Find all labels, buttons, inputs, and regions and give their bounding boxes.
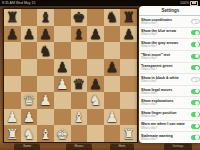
square-f2[interactable] xyxy=(87,109,104,126)
square-g1[interactable] xyxy=(104,125,121,142)
toggle-show-the-blue-arrow[interactable] xyxy=(191,30,200,35)
setting-text: Transparent greenWhat is this? xyxy=(141,64,172,71)
square-c6[interactable]: ♞ xyxy=(37,42,54,59)
square-h3[interactable] xyxy=(120,92,137,109)
white-pawn-piece[interactable]: ♟ xyxy=(37,92,54,109)
square-a7[interactable]: ♟ xyxy=(4,26,21,43)
square-e7[interactable]: ♝ xyxy=(71,26,88,43)
toggle-show-coordinates[interactable] xyxy=(191,19,200,24)
toggle-show-finger-position[interactable] xyxy=(191,112,200,117)
square-b7[interactable]: ♟ xyxy=(21,26,38,43)
setting-subtitle-link[interactable]: What is this? xyxy=(141,22,172,25)
setting-row-stalemate-warning: Stalemate warningWhat is this? xyxy=(139,132,200,143)
black-pawn-piece[interactable]: ♟ xyxy=(21,26,38,43)
square-g4[interactable] xyxy=(104,76,121,93)
toggle-next-move-text[interactable] xyxy=(191,54,200,59)
toggle-knob xyxy=(195,112,200,117)
square-g8[interactable]: ♞ xyxy=(104,9,121,26)
setting-text: Show in black & whiteWhat is this? xyxy=(141,76,179,83)
tab-hints[interactable]: Hints xyxy=(110,143,134,150)
square-h7[interactable]: ♟ xyxy=(120,26,137,43)
square-a4[interactable] xyxy=(4,76,21,93)
square-e3[interactable] xyxy=(71,92,88,109)
square-h4[interactable] xyxy=(120,76,137,93)
setting-text: Stalemate warningWhat is this? xyxy=(141,134,173,141)
setting-row-show-the-blue-arrow: Show the blue arrowWhat is this? xyxy=(139,28,200,40)
app-screen: 8:35 AM Wed May 15 100% ♜♝♚♞♜♟♟♟♝♟♟♞♟♟♟♛… xyxy=(0,0,200,150)
setting-text: Show explanationsWhat is this? xyxy=(141,99,174,106)
square-g5[interactable]: ♟ xyxy=(104,59,121,76)
black-pawn-piece[interactable]: ♟ xyxy=(120,26,137,43)
square-e2[interactable]: ♝ xyxy=(71,109,88,126)
square-f3[interactable]: ♞ xyxy=(87,92,104,109)
square-b8[interactable] xyxy=(21,9,38,26)
tab-settings[interactable]: Settings xyxy=(164,143,192,150)
black-pawn-piece[interactable]: ♟ xyxy=(4,26,21,43)
setting-row-show-coordinates: Show coordinatesWhat is this? xyxy=(139,16,200,28)
square-e6[interactable] xyxy=(71,42,88,59)
square-b1[interactable]: ♞ xyxy=(21,125,38,142)
square-f4[interactable]: ♟ xyxy=(87,76,104,93)
white-queen-piece[interactable]: ♛ xyxy=(21,92,38,109)
black-bishop-piece[interactable]: ♝ xyxy=(37,9,54,26)
toggle-knob xyxy=(192,78,197,83)
setting-subtitle-link[interactable]: What is this? xyxy=(141,68,172,71)
square-h6[interactable] xyxy=(120,42,137,59)
white-knight-piece[interactable]: ♞ xyxy=(21,125,38,142)
white-pawn-piece[interactable]: ♟ xyxy=(54,76,71,93)
square-c2[interactable] xyxy=(37,109,54,126)
square-d3[interactable] xyxy=(54,92,71,109)
settings-rows: Show coordinatesWhat is this?Show the bl… xyxy=(139,16,200,143)
setting-subtitle-link[interactable]: What is this? xyxy=(141,127,185,130)
square-a3[interactable] xyxy=(4,92,21,109)
square-f1[interactable] xyxy=(87,125,104,142)
square-g3[interactable] xyxy=(104,92,121,109)
square-b4[interactable] xyxy=(21,76,38,93)
setting-subtitle-link[interactable]: What is this? xyxy=(141,33,176,36)
square-a6[interactable] xyxy=(4,42,21,59)
square-d6[interactable] xyxy=(54,42,71,59)
toggle-knob xyxy=(195,101,200,106)
white-bishop-piece[interactable]: ♝ xyxy=(71,109,88,126)
black-pawn-piece[interactable]: ♟ xyxy=(104,59,121,76)
toggle-knob xyxy=(195,66,200,71)
setting-text: Warn me when I can mateWhat is this? xyxy=(141,122,185,129)
square-a5[interactable] xyxy=(4,59,21,76)
toggle-show-in-black-white[interactable] xyxy=(191,77,200,82)
toggle-knob xyxy=(195,42,200,47)
square-d8[interactable] xyxy=(54,9,71,26)
white-rook-piece[interactable]: ♜ xyxy=(120,125,137,142)
toggle-knob xyxy=(195,54,200,59)
setting-text: Show the blue arrowWhat is this? xyxy=(141,29,176,36)
square-h1[interactable]: ♜ xyxy=(120,125,137,142)
white-knight-piece[interactable]: ♞ xyxy=(87,92,104,109)
setting-subtitle-link[interactable]: What is this? xyxy=(141,80,179,83)
status-clock: 8:35 AM Wed May 15 xyxy=(2,0,35,6)
square-h2[interactable] xyxy=(120,109,137,126)
setting-row-show-explanations: Show explanationsWhat is this? xyxy=(139,97,200,109)
square-f8[interactable] xyxy=(87,9,104,26)
setting-subtitle-link[interactable]: What is this? xyxy=(141,103,174,106)
setting-subtitle-link[interactable]: What is this? xyxy=(141,115,177,118)
square-c3[interactable]: ♟ xyxy=(37,92,54,109)
square-g6[interactable] xyxy=(104,42,121,59)
tab-moves[interactable]: Moves xyxy=(66,143,92,150)
black-pawn-piece[interactable]: ♟ xyxy=(37,26,54,43)
status-bar: 8:35 AM Wed May 15 100% xyxy=(0,0,200,6)
toggle-show-the-gray-arrows[interactable] xyxy=(191,42,200,47)
square-d2[interactable] xyxy=(54,109,71,126)
setting-row-show-the-gray-arrows: Show the gray arrowsWhat is this? xyxy=(139,39,200,51)
toggle-knob xyxy=(192,20,197,25)
square-c7[interactable]: ♟ xyxy=(37,26,54,43)
toggle-knob xyxy=(195,89,200,94)
square-c4[interactable] xyxy=(37,76,54,93)
square-a1[interactable]: ♜ xyxy=(4,125,21,142)
black-queen-piece[interactable]: ♛ xyxy=(71,76,88,93)
black-rook-piece[interactable]: ♜ xyxy=(120,9,137,26)
toggle-transparent-green[interactable] xyxy=(191,65,200,70)
square-d5[interactable]: ♟ xyxy=(54,59,71,76)
tab-game[interactable]: Game xyxy=(14,143,40,150)
square-b6[interactable] xyxy=(21,42,38,59)
square-d1[interactable]: ♚ xyxy=(54,125,71,142)
battery-percent: 100% xyxy=(180,0,189,6)
setting-row-warn-me-when-i-can-mate: Warn me when I can mateWhat is this? xyxy=(139,121,200,133)
toggle-knob xyxy=(195,124,200,129)
square-f7[interactable]: ♟ xyxy=(87,26,104,43)
square-e4[interactable]: ♛ xyxy=(71,76,88,93)
setting-text: "Next move" textWhat is this? xyxy=(141,53,170,60)
setting-subtitle-link[interactable]: What is this? xyxy=(141,92,172,95)
square-d4[interactable]: ♟ xyxy=(54,76,71,93)
black-knight-piece[interactable]: ♞ xyxy=(37,42,54,59)
square-h5[interactable] xyxy=(120,59,137,76)
toggle-show-explanations[interactable] xyxy=(191,100,200,105)
toggle-knob xyxy=(195,135,200,140)
white-rook-piece[interactable]: ♜ xyxy=(4,125,21,142)
setting-row-transparent-green: Transparent greenWhat is this? xyxy=(139,63,200,75)
setting-row-show-legal-moves: Show legal movesWhat is this? xyxy=(139,86,200,98)
black-pawn-piece[interactable]: ♟ xyxy=(54,59,71,76)
setting-subtitle-link[interactable]: What is this? xyxy=(141,138,173,141)
white-pawn-piece[interactable]: ♟ xyxy=(104,109,121,126)
square-b2[interactable]: ♟ xyxy=(21,109,38,126)
toggle-stalemate-warning[interactable] xyxy=(191,135,200,140)
square-e5[interactable] xyxy=(71,59,88,76)
square-e8[interactable]: ♚ xyxy=(71,9,88,26)
square-a2[interactable]: ♟ xyxy=(4,109,21,126)
square-b3[interactable]: ♛ xyxy=(21,92,38,109)
square-d7[interactable] xyxy=(54,26,71,43)
square-c1[interactable]: ♝ xyxy=(37,125,54,142)
square-e1[interactable] xyxy=(71,125,88,142)
square-g7[interactable] xyxy=(104,26,121,43)
settings-title: Settings xyxy=(162,8,180,13)
setting-text: Show coordinatesWhat is this? xyxy=(141,18,172,25)
white-pawn-piece[interactable]: ♟ xyxy=(4,109,21,126)
square-g2[interactable]: ♟ xyxy=(104,109,121,126)
square-f5[interactable] xyxy=(87,59,104,76)
square-f6[interactable] xyxy=(87,42,104,59)
black-pawn-piece[interactable]: ♟ xyxy=(87,76,104,93)
square-h8[interactable]: ♜ xyxy=(120,9,137,26)
toggle-knob xyxy=(195,31,200,36)
settings-panel: Settings Show coordinatesWhat is this?Sh… xyxy=(139,6,200,143)
toggle-show-legal-moves[interactable] xyxy=(191,89,200,94)
square-c8[interactable]: ♝ xyxy=(37,9,54,26)
setting-subtitle-link[interactable]: What is this? xyxy=(141,45,178,48)
setting-row-show-in-black-white: Show in black & whiteWhat is this? xyxy=(139,74,200,86)
setting-subtitle-link[interactable]: What is this? xyxy=(141,57,170,60)
white-pawn-piece[interactable]: ♟ xyxy=(21,109,38,126)
square-c5[interactable] xyxy=(37,59,54,76)
square-b5[interactable] xyxy=(21,59,38,76)
black-bishop-piece[interactable]: ♝ xyxy=(71,26,88,43)
white-king-piece[interactable]: ♚ xyxy=(54,125,71,142)
black-pawn-piece[interactable]: ♟ xyxy=(87,26,104,43)
toggle-warn-me-when-i-can-mate[interactable] xyxy=(191,124,200,129)
setting-text: Show the gray arrowsWhat is this? xyxy=(141,41,178,48)
black-king-piece[interactable]: ♚ xyxy=(71,9,88,26)
setting-row-show-finger-position: Show finger positionWhat is this? xyxy=(139,109,200,121)
chess-board[interactable]: ♜♝♚♞♜♟♟♟♝♟♟♞♟♟♟♛♟♛♟♞♟♟♝♟♜♞♝♚♜ xyxy=(3,8,138,143)
setting-row-next-move-text: "Next move" textWhat is this? xyxy=(139,51,200,63)
black-knight-piece[interactable]: ♞ xyxy=(104,9,121,26)
settings-header: Settings xyxy=(139,6,200,16)
black-rook-piece[interactable]: ♜ xyxy=(4,9,21,26)
square-a8[interactable]: ♜ xyxy=(4,9,21,26)
white-bishop-piece[interactable]: ♝ xyxy=(37,125,54,142)
battery-icon xyxy=(190,1,198,6)
setting-text: Show finger positionWhat is this? xyxy=(141,111,177,118)
setting-text: Show legal movesWhat is this? xyxy=(141,88,172,95)
